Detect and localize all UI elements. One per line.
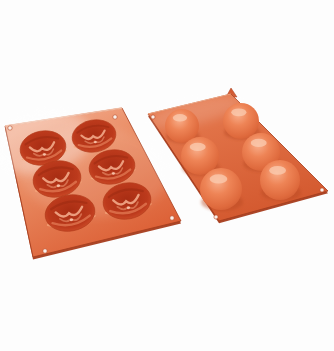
corner-hole — [214, 215, 218, 219]
dome-specular-highlight — [173, 114, 187, 121]
dome — [181, 137, 219, 175]
dome-specular-highlight — [210, 174, 228, 183]
dome-specular-highlight — [231, 108, 246, 116]
dome — [200, 168, 242, 210]
corner-hole — [320, 188, 324, 192]
corner-hole — [170, 216, 174, 220]
dome-specular-highlight — [269, 166, 286, 175]
dome-specular-highlight — [190, 143, 206, 151]
product-photo — [0, 0, 334, 351]
corner-hole — [43, 249, 47, 253]
corner-hole — [151, 115, 155, 119]
product-photo-frame — [0, 0, 334, 351]
dome — [165, 109, 199, 143]
dome — [223, 103, 259, 139]
corner-hole — [8, 126, 12, 130]
corner-hole — [113, 115, 117, 119]
dome-specular-highlight — [251, 139, 267, 147]
dome — [260, 160, 300, 200]
